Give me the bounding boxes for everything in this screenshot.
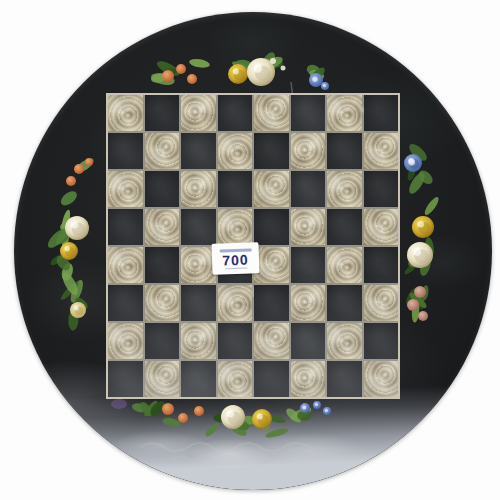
square-g7 — [327, 133, 362, 169]
square-c1 — [181, 361, 216, 397]
square-b3 — [145, 285, 180, 321]
square-c3 — [181, 285, 216, 321]
lot-sticker-rule — [225, 267, 247, 269]
square-f2 — [291, 323, 326, 359]
square-c8 — [181, 95, 216, 131]
square-d5 — [218, 209, 253, 245]
square-g5 — [327, 209, 362, 245]
square-d3 — [218, 285, 253, 321]
square-b2 — [145, 323, 180, 359]
square-a6 — [108, 171, 143, 207]
lot-number: 700 — [222, 252, 249, 267]
square-g4 — [327, 247, 362, 283]
square-h4 — [364, 247, 399, 283]
square-a7 — [108, 133, 143, 169]
square-c4 — [181, 247, 216, 283]
square-e7 — [254, 133, 289, 169]
square-h3 — [364, 285, 399, 321]
photo-stage: 700 — [0, 0, 500, 500]
square-f6 — [291, 171, 326, 207]
square-e1 — [254, 361, 289, 397]
square-h5 — [364, 209, 399, 245]
square-b4 — [145, 247, 180, 283]
square-d7 — [218, 133, 253, 169]
square-a1 — [108, 361, 143, 397]
square-d1 — [218, 361, 253, 397]
square-e2 — [254, 323, 289, 359]
square-c5 — [181, 209, 216, 245]
square-e3 — [254, 285, 289, 321]
square-c6 — [181, 171, 216, 207]
square-e5 — [254, 209, 289, 245]
square-h1 — [364, 361, 399, 397]
square-c2 — [181, 323, 216, 359]
square-h8 — [364, 95, 399, 131]
square-b1 — [145, 361, 180, 397]
square-d2 — [218, 323, 253, 359]
square-g3 — [327, 285, 362, 321]
square-a3 — [108, 285, 143, 321]
square-f1 — [291, 361, 326, 397]
square-b7 — [145, 133, 180, 169]
square-g2 — [327, 323, 362, 359]
square-a2 — [108, 323, 143, 359]
square-d6 — [218, 171, 253, 207]
square-h6 — [364, 171, 399, 207]
square-f4 — [291, 247, 326, 283]
square-h2 — [364, 323, 399, 359]
square-g8 — [327, 95, 362, 131]
square-f8 — [291, 95, 326, 131]
square-h7 — [364, 133, 399, 169]
square-b5 — [145, 209, 180, 245]
square-a5 — [108, 209, 143, 245]
square-a8 — [108, 95, 143, 131]
square-b8 — [145, 95, 180, 131]
lot-sticker: 700 — [211, 242, 259, 275]
square-g1 — [327, 361, 362, 397]
square-c7 — [181, 133, 216, 169]
square-f7 — [291, 133, 326, 169]
square-b6 — [145, 171, 180, 207]
square-d8 — [218, 95, 253, 131]
square-e6 — [254, 171, 289, 207]
square-a4 — [108, 247, 143, 283]
square-g6 — [327, 171, 362, 207]
square-f3 — [291, 285, 326, 321]
square-f5 — [291, 209, 326, 245]
square-e8 — [254, 95, 289, 131]
